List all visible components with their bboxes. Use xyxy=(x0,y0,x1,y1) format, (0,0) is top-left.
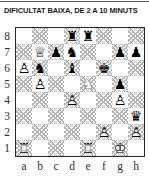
square-g5: ♟ xyxy=(112,76,128,92)
rank-label-3: 3 xyxy=(0,108,14,124)
square-g8 xyxy=(112,28,128,44)
square-f1 xyxy=(96,140,112,156)
square-c2 xyxy=(48,124,64,140)
black-pawn-piece: ♟ xyxy=(112,44,128,60)
rank-label-2: 2 xyxy=(0,124,14,140)
black-knight-piece: ♞ xyxy=(32,60,48,76)
square-a8 xyxy=(16,28,32,44)
white-pawn-piece: ♟♙ xyxy=(64,92,80,108)
square-b1 xyxy=(32,140,48,156)
black-pawn-piece: ♟ xyxy=(128,44,144,60)
square-d1 xyxy=(64,140,80,156)
square-d8: ♜ xyxy=(64,28,80,44)
square-e3 xyxy=(80,108,96,124)
square-g3 xyxy=(112,108,128,124)
square-c7: ♟ xyxy=(48,44,64,60)
black-king-glyph: ♚ xyxy=(96,60,112,76)
file-label-e: e xyxy=(80,159,96,173)
white-pawn-outline: ♙ xyxy=(16,60,32,76)
square-h3: ♛ xyxy=(128,108,144,124)
white-pawn-outline: ♙ xyxy=(128,124,144,140)
file-label-c: c xyxy=(48,159,64,173)
square-f6: ♚ xyxy=(96,60,112,76)
square-h5 xyxy=(128,76,144,92)
chess-board: ♜♜♛♕♟♞♟♟♟♙♞♝♚♟♙♞♘♟♟♙♟♙♛♟♙♟♙♜♖♜♖♚♔ xyxy=(15,27,145,157)
square-e4 xyxy=(80,92,96,108)
rank-labels: 87654321 xyxy=(0,28,14,156)
file-label-b: b xyxy=(32,159,48,173)
white-queen-outline: ♕ xyxy=(32,44,48,60)
white-pawn-outline: ♙ xyxy=(112,92,128,108)
white-pawn-piece: ♟♙ xyxy=(32,76,48,92)
black-pawn-glyph: ♟ xyxy=(112,76,128,92)
black-rook-glyph: ♜ xyxy=(80,28,96,44)
rank-label-8: 8 xyxy=(0,28,14,44)
white-pawn-outline: ♙ xyxy=(96,124,112,140)
black-queen-glyph: ♛ xyxy=(128,108,144,124)
square-e6 xyxy=(80,60,96,76)
square-e7 xyxy=(80,44,96,60)
square-f4 xyxy=(96,92,112,108)
square-g7: ♟ xyxy=(112,44,128,60)
square-d7: ♞ xyxy=(64,44,80,60)
square-a4 xyxy=(16,92,32,108)
white-king-outline: ♔ xyxy=(112,140,128,156)
square-f2: ♟♙ xyxy=(96,124,112,140)
black-bishop-piece: ♝ xyxy=(64,60,80,76)
white-queen-piece: ♛♕ xyxy=(32,44,48,60)
chess-puzzle-diagram: DIFICULTAT BAIXA, DE 2 A 10 MINUTS 87654… xyxy=(0,0,149,176)
top-divider xyxy=(0,1,149,2)
square-b2 xyxy=(32,124,48,140)
black-knight-glyph: ♞ xyxy=(64,44,80,60)
square-b7: ♛♕ xyxy=(32,44,48,60)
puzzle-title: DIFICULTAT BAIXA, DE 2 A 10 MINUTS xyxy=(4,6,138,15)
square-c6 xyxy=(48,60,64,76)
square-c4 xyxy=(48,92,64,108)
square-f5 xyxy=(96,76,112,92)
square-d2 xyxy=(64,124,80,140)
file-label-a: a xyxy=(16,159,32,173)
white-rook-outline: ♖ xyxy=(16,140,32,156)
square-e8: ♜ xyxy=(80,28,96,44)
file-labels: abcdefgh xyxy=(16,159,144,173)
square-b5: ♟♙ xyxy=(32,76,48,92)
square-d4: ♟♙ xyxy=(64,92,80,108)
square-e5: ♞♘ xyxy=(80,76,96,92)
black-rook-piece: ♜ xyxy=(64,28,80,44)
white-king-piece: ♚♔ xyxy=(112,140,128,156)
black-pawn-piece: ♟ xyxy=(112,76,128,92)
white-pawn-piece: ♟♙ xyxy=(128,124,144,140)
square-g2 xyxy=(112,124,128,140)
white-knight-piece: ♞♘ xyxy=(80,76,96,92)
square-e2 xyxy=(80,124,96,140)
square-h2: ♟♙ xyxy=(128,124,144,140)
white-pawn-piece: ♟♙ xyxy=(96,124,112,140)
square-d6: ♝ xyxy=(64,60,80,76)
square-c1 xyxy=(48,140,64,156)
square-a5 xyxy=(16,76,32,92)
file-label-d: d xyxy=(64,159,80,173)
black-pawn-glyph: ♟ xyxy=(48,44,64,60)
rank-label-5: 5 xyxy=(0,76,14,92)
square-a6: ♟♙ xyxy=(16,60,32,76)
file-label-h: h xyxy=(128,159,144,173)
white-pawn-piece: ♟♙ xyxy=(112,92,128,108)
black-pawn-piece: ♟ xyxy=(48,44,64,60)
square-b8 xyxy=(32,28,48,44)
rank-label-4: 4 xyxy=(0,92,14,108)
black-king-piece: ♚ xyxy=(96,60,112,76)
rank-label-7: 7 xyxy=(0,44,14,60)
square-h6 xyxy=(128,60,144,76)
black-queen-piece: ♛ xyxy=(128,108,144,124)
file-label-g: g xyxy=(112,159,128,173)
square-a7 xyxy=(16,44,32,60)
square-f8 xyxy=(96,28,112,44)
square-a1: ♜♖ xyxy=(16,140,32,156)
file-label-f: f xyxy=(96,159,112,173)
square-a2 xyxy=(16,124,32,140)
black-knight-piece: ♞ xyxy=(64,44,80,60)
black-pawn-glyph: ♟ xyxy=(112,44,128,60)
square-f7 xyxy=(96,44,112,60)
square-c8 xyxy=(48,28,64,44)
white-pawn-piece: ♟♙ xyxy=(16,60,32,76)
square-g1: ♚♔ xyxy=(112,140,128,156)
black-bishop-glyph: ♝ xyxy=(64,60,80,76)
black-pawn-glyph: ♟ xyxy=(128,44,144,60)
black-knight-glyph: ♞ xyxy=(32,60,48,76)
white-rook-outline: ♖ xyxy=(80,140,96,156)
square-e1: ♜♖ xyxy=(80,140,96,156)
square-b6: ♞ xyxy=(32,60,48,76)
square-f3 xyxy=(96,108,112,124)
rank-label-6: 6 xyxy=(0,60,14,76)
square-d5 xyxy=(64,76,80,92)
square-g4: ♟♙ xyxy=(112,92,128,108)
square-h4 xyxy=(128,92,144,108)
black-rook-piece: ♜ xyxy=(80,28,96,44)
white-rook-piece: ♜♖ xyxy=(16,140,32,156)
square-d3 xyxy=(64,108,80,124)
rank-label-1: 1 xyxy=(0,140,14,156)
square-b3 xyxy=(32,108,48,124)
white-knight-outline: ♘ xyxy=(80,76,96,92)
black-rook-glyph: ♜ xyxy=(64,28,80,44)
square-h7: ♟ xyxy=(128,44,144,60)
square-a3 xyxy=(16,108,32,124)
white-pawn-outline: ♙ xyxy=(64,92,80,108)
square-b4 xyxy=(32,92,48,108)
square-h8 xyxy=(128,28,144,44)
square-g6 xyxy=(112,60,128,76)
white-rook-piece: ♜♖ xyxy=(80,140,96,156)
square-c3 xyxy=(48,108,64,124)
white-pawn-outline: ♙ xyxy=(32,76,48,92)
square-c5 xyxy=(48,76,64,92)
square-h1 xyxy=(128,140,144,156)
